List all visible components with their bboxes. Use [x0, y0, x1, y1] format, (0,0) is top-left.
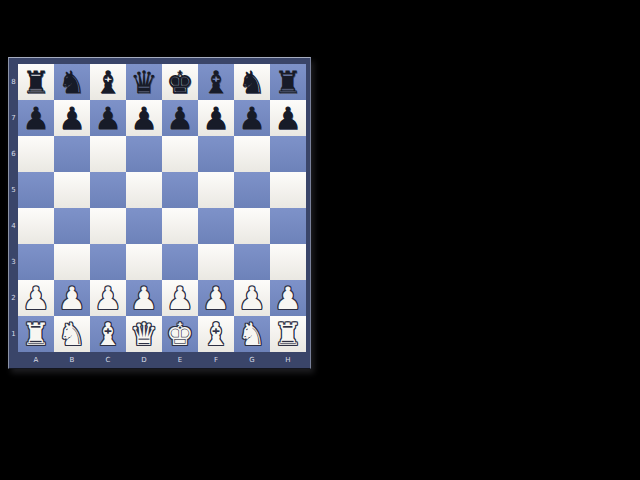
square-f4[interactable] [198, 208, 234, 244]
square-c8[interactable]: ♝ [90, 64, 126, 100]
piece-white-pawn[interactable]: ♟ [198, 280, 234, 316]
page-background: ♜♞♝♛♚♝♞♜♟♟♟♟♟♟♟♟♟♟♟♟♟♟♟♟♜♞♝♛♚♝♞♜ 8765432… [0, 0, 640, 480]
piece-black-bishop[interactable]: ♝ [90, 64, 126, 100]
square-d1[interactable]: ♛ [126, 316, 162, 352]
square-h4[interactable] [270, 208, 306, 244]
file-label: H [270, 354, 306, 366]
square-a3[interactable] [18, 244, 54, 280]
piece-black-pawn[interactable]: ♟ [198, 100, 234, 136]
square-d6[interactable] [126, 136, 162, 172]
square-h5[interactable] [270, 172, 306, 208]
piece-white-knight[interactable]: ♞ [234, 316, 270, 352]
piece-white-rook[interactable]: ♜ [270, 316, 306, 352]
file-label: A [18, 354, 54, 366]
square-c6[interactable] [90, 136, 126, 172]
square-h7[interactable]: ♟ [270, 100, 306, 136]
square-c5[interactable] [90, 172, 126, 208]
square-e4[interactable] [162, 208, 198, 244]
rank-label: 6 [9, 136, 18, 172]
piece-white-pawn[interactable]: ♟ [126, 280, 162, 316]
square-f7[interactable]: ♟ [198, 100, 234, 136]
file-label: G [234, 354, 270, 366]
square-f6[interactable] [198, 136, 234, 172]
piece-black-bishop[interactable]: ♝ [198, 64, 234, 100]
square-d5[interactable] [126, 172, 162, 208]
square-e5[interactable] [162, 172, 198, 208]
piece-white-pawn[interactable]: ♟ [90, 280, 126, 316]
chess-board: ♜♞♝♛♚♝♞♜♟♟♟♟♟♟♟♟♟♟♟♟♟♟♟♟♜♞♝♛♚♝♞♜ 8765432… [8, 57, 311, 369]
rank-label: 3 [9, 244, 18, 280]
rank-label: 8 [9, 64, 18, 100]
rank-label: 4 [9, 208, 18, 244]
square-e1[interactable]: ♚ [162, 316, 198, 352]
square-b8[interactable]: ♞ [54, 64, 90, 100]
rank-label: 7 [9, 100, 18, 136]
square-b1[interactable]: ♞ [54, 316, 90, 352]
piece-white-bishop[interactable]: ♝ [90, 316, 126, 352]
square-b2[interactable]: ♟ [54, 280, 90, 316]
square-g8[interactable]: ♞ [234, 64, 270, 100]
square-a8[interactable]: ♜ [18, 64, 54, 100]
piece-white-pawn[interactable]: ♟ [270, 280, 306, 316]
piece-black-pawn[interactable]: ♟ [90, 100, 126, 136]
square-c3[interactable] [90, 244, 126, 280]
file-label: D [126, 354, 162, 366]
square-g6[interactable] [234, 136, 270, 172]
piece-black-king[interactable]: ♚ [162, 64, 198, 100]
piece-black-rook[interactable]: ♜ [18, 64, 54, 100]
square-f1[interactable]: ♝ [198, 316, 234, 352]
file-label: F [198, 354, 234, 366]
square-f5[interactable] [198, 172, 234, 208]
square-d3[interactable] [126, 244, 162, 280]
square-e7[interactable]: ♟ [162, 100, 198, 136]
file-label: B [54, 354, 90, 366]
square-d7[interactable]: ♟ [126, 100, 162, 136]
square-h3[interactable] [270, 244, 306, 280]
square-d8[interactable]: ♛ [126, 64, 162, 100]
piece-black-pawn[interactable]: ♟ [270, 100, 306, 136]
piece-black-queen[interactable]: ♛ [126, 64, 162, 100]
square-a5[interactable] [18, 172, 54, 208]
rank-label: 2 [9, 280, 18, 316]
piece-white-pawn[interactable]: ♟ [18, 280, 54, 316]
square-e6[interactable] [162, 136, 198, 172]
square-e3[interactable] [162, 244, 198, 280]
piece-white-queen[interactable]: ♛ [126, 316, 162, 352]
piece-white-king[interactable]: ♚ [162, 316, 198, 352]
square-f3[interactable] [198, 244, 234, 280]
piece-black-rook[interactable]: ♜ [270, 64, 306, 100]
piece-black-knight[interactable]: ♞ [234, 64, 270, 100]
square-b3[interactable] [54, 244, 90, 280]
square-h1[interactable]: ♜ [270, 316, 306, 352]
piece-white-pawn[interactable]: ♟ [54, 280, 90, 316]
square-f2[interactable]: ♟ [198, 280, 234, 316]
square-e2[interactable]: ♟ [162, 280, 198, 316]
square-e8[interactable]: ♚ [162, 64, 198, 100]
piece-black-pawn[interactable]: ♟ [54, 100, 90, 136]
square-b5[interactable] [54, 172, 90, 208]
file-label: C [90, 354, 126, 366]
piece-black-knight[interactable]: ♞ [54, 64, 90, 100]
square-g5[interactable] [234, 172, 270, 208]
square-a4[interactable] [18, 208, 54, 244]
square-b7[interactable]: ♟ [54, 100, 90, 136]
square-g7[interactable]: ♟ [234, 100, 270, 136]
square-a6[interactable] [18, 136, 54, 172]
square-d2[interactable]: ♟ [126, 280, 162, 316]
square-a2[interactable]: ♟ [18, 280, 54, 316]
square-c7[interactable]: ♟ [90, 100, 126, 136]
square-h8[interactable]: ♜ [270, 64, 306, 100]
square-c4[interactable] [90, 208, 126, 244]
piece-white-pawn[interactable]: ♟ [162, 280, 198, 316]
square-b6[interactable] [54, 136, 90, 172]
square-g2[interactable]: ♟ [234, 280, 270, 316]
piece-white-rook[interactable]: ♜ [18, 316, 54, 352]
square-b4[interactable] [54, 208, 90, 244]
square-a1[interactable]: ♜ [18, 316, 54, 352]
file-label: E [162, 354, 198, 366]
square-g1[interactable]: ♞ [234, 316, 270, 352]
square-a7[interactable]: ♟ [18, 100, 54, 136]
square-g3[interactable] [234, 244, 270, 280]
square-g4[interactable] [234, 208, 270, 244]
piece-white-pawn[interactable]: ♟ [234, 280, 270, 316]
piece-black-pawn[interactable]: ♟ [234, 100, 270, 136]
piece-black-pawn[interactable]: ♟ [18, 100, 54, 136]
square-d4[interactable] [126, 208, 162, 244]
rank-label: 5 [9, 172, 18, 208]
square-c1[interactable]: ♝ [90, 316, 126, 352]
piece-black-pawn[interactable]: ♟ [162, 100, 198, 136]
board-grid: ♜♞♝♛♚♝♞♜♟♟♟♟♟♟♟♟♟♟♟♟♟♟♟♟♜♞♝♛♚♝♞♜ [18, 64, 306, 352]
piece-black-pawn[interactable]: ♟ [126, 100, 162, 136]
square-c2[interactable]: ♟ [90, 280, 126, 316]
square-f8[interactable]: ♝ [198, 64, 234, 100]
piece-white-knight[interactable]: ♞ [54, 316, 90, 352]
rank-label: 1 [9, 316, 18, 352]
square-h6[interactable] [270, 136, 306, 172]
piece-white-bishop[interactable]: ♝ [198, 316, 234, 352]
square-h2[interactable]: ♟ [270, 280, 306, 316]
